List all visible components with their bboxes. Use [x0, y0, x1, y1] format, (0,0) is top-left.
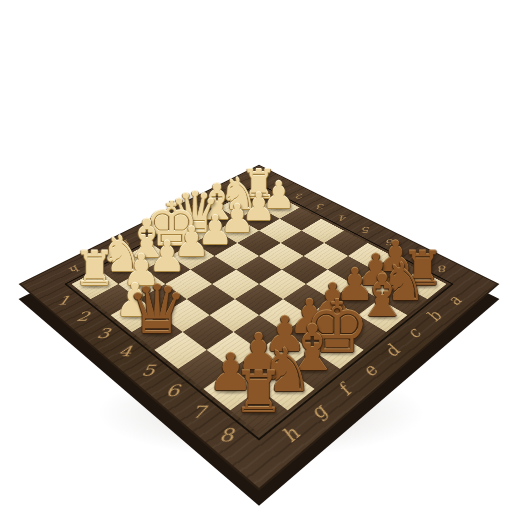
coordinate-label-c: c — [189, 203, 202, 210]
coordinate-label-5: 5 — [140, 363, 156, 378]
coordinate-label-e: e — [144, 225, 158, 233]
coordinate-label-1: 1 — [55, 294, 71, 306]
coordinate-label-f: f — [120, 238, 132, 246]
coordinate-label-8: 8 — [437, 264, 449, 273]
coordinate-label-4: 4 — [339, 214, 348, 221]
coordinate-label-7: 7 — [411, 251, 422, 259]
coordinate-label-2: 2 — [75, 310, 91, 323]
coordinate-label-d: d — [380, 343, 404, 359]
coordinate-label-4: 4 — [117, 344, 133, 358]
coordinate-label-f: f — [334, 383, 355, 398]
coordinate-label-3: 3 — [95, 327, 111, 340]
coordinate-label-6: 6 — [165, 383, 181, 399]
chess-board: 12345678 12345678 abcdefgh abcdefgh — [18, 165, 499, 491]
coordinate-label-g: g — [93, 250, 108, 259]
coordinate-label-e: e — [357, 362, 381, 379]
coordinate-label-a: a — [443, 294, 465, 307]
coordinate-label-c: c — [403, 326, 425, 341]
coordinate-label-6: 6 — [385, 238, 395, 246]
coordinate-label-8: 8 — [218, 426, 233, 444]
coordinate-label-7: 7 — [191, 404, 206, 421]
coordinate-label-h: h — [278, 425, 305, 446]
chess-set-photo: 12345678 12345678 abcdefgh abcdefgh ♜♟♞♟… — [0, 0, 512, 512]
coordinate-label-h: h — [66, 263, 82, 273]
coordinate-label-a: a — [231, 182, 244, 189]
coordinate-label-b: b — [210, 192, 224, 200]
coordinate-label-5: 5 — [361, 226, 371, 233]
coordinate-label-g: g — [306, 403, 332, 423]
coordinate-label-b: b — [423, 309, 446, 324]
coordinate-label-d: d — [167, 213, 181, 221]
coordinate-label-3: 3 — [317, 203, 326, 210]
coordinate-label-2: 2 — [296, 192, 304, 198]
coordinate-label-1: 1 — [276, 182, 284, 188]
